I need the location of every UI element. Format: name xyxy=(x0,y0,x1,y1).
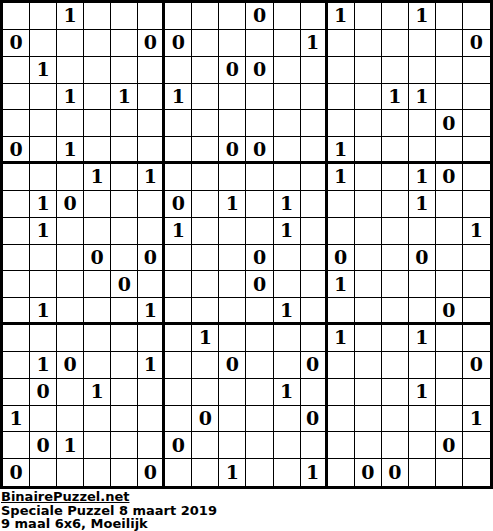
cell-r0-c13 xyxy=(355,3,382,30)
cell-r5-c7 xyxy=(192,137,219,164)
cell-r14-c2 xyxy=(57,379,84,406)
cell-r10-c12: 1 xyxy=(328,271,355,298)
cell-r7-c3 xyxy=(84,191,111,218)
cell-r15-c14 xyxy=(382,406,409,433)
cell-r12-c15: 1 xyxy=(409,325,436,352)
cell-r6-c16: 0 xyxy=(436,164,463,191)
cell-r10-c15 xyxy=(409,271,436,298)
cell-r1-c0: 0 xyxy=(3,30,30,57)
cell-r6-c13 xyxy=(355,164,382,191)
cell-r0-c6 xyxy=(165,3,192,30)
cell-r8-c4 xyxy=(111,218,138,245)
cell-r3-c9 xyxy=(246,84,273,111)
cell-r13-c1: 1 xyxy=(30,352,57,379)
cell-r14-c14 xyxy=(382,379,409,406)
cell-r12-c14 xyxy=(382,325,409,352)
cell-r1-c10 xyxy=(274,30,301,57)
cell-r9-c9: 0 xyxy=(246,245,273,272)
cell-r7-c13 xyxy=(355,191,382,218)
cell-r8-c11 xyxy=(301,218,328,245)
cell-r3-c4: 1 xyxy=(111,84,138,111)
cell-r15-c6 xyxy=(165,406,192,433)
cell-r2-c0 xyxy=(3,57,30,84)
cell-r6-c2 xyxy=(57,164,84,191)
cell-r13-c14 xyxy=(382,352,409,379)
cell-r8-c14 xyxy=(382,218,409,245)
cell-r11-c8 xyxy=(219,298,246,325)
cell-r15-c5 xyxy=(138,406,165,433)
cell-r3-c10 xyxy=(274,84,301,111)
cell-r10-c4: 0 xyxy=(111,271,138,298)
cell-r15-c1 xyxy=(30,406,57,433)
cell-r4-c16: 0 xyxy=(436,110,463,137)
cell-r13-c2: 0 xyxy=(57,352,84,379)
cell-r5-c1 xyxy=(30,137,57,164)
cell-r0-c1 xyxy=(30,3,57,30)
cell-r2-c2 xyxy=(57,57,84,84)
cell-r8-c15 xyxy=(409,218,436,245)
cell-r0-c8 xyxy=(219,3,246,30)
cell-r10-c9: 0 xyxy=(246,271,273,298)
cell-r8-c2 xyxy=(57,218,84,245)
cell-r9-c4 xyxy=(111,245,138,272)
cell-r4-c8 xyxy=(219,110,246,137)
cell-r0-c9: 0 xyxy=(246,3,273,30)
cell-r14-c4 xyxy=(111,379,138,406)
cell-r11-c16: 0 xyxy=(436,298,463,325)
cell-r8-c13 xyxy=(355,218,382,245)
cell-r1-c4 xyxy=(111,30,138,57)
cell-r16-c1: 0 xyxy=(30,432,57,459)
cell-r7-c17 xyxy=(463,191,490,218)
cell-r0-c3 xyxy=(84,3,111,30)
cell-r4-c2 xyxy=(57,110,84,137)
cell-r6-c7 xyxy=(192,164,219,191)
cell-r3-c2: 1 xyxy=(57,84,84,111)
cell-r16-c11 xyxy=(301,432,328,459)
cell-r6-c15: 1 xyxy=(409,164,436,191)
cell-r3-c15: 1 xyxy=(409,84,436,111)
puzzle-title: Speciale Puzzel 8 maart 2019 xyxy=(1,504,493,518)
cell-r6-c9 xyxy=(246,164,273,191)
cell-r3-c8 xyxy=(219,84,246,111)
cell-r9-c6 xyxy=(165,245,192,272)
cell-r11-c11 xyxy=(301,298,328,325)
cell-r17-c3 xyxy=(84,459,111,486)
cell-r8-c7 xyxy=(192,218,219,245)
cell-r3-c1 xyxy=(30,84,57,111)
cell-r4-c11 xyxy=(301,110,328,137)
cell-r2-c10 xyxy=(274,57,301,84)
cell-r11-c15 xyxy=(409,298,436,325)
cell-r5-c8: 0 xyxy=(219,137,246,164)
cell-r1-c5: 0 xyxy=(138,30,165,57)
cell-r9-c1 xyxy=(30,245,57,272)
cell-r15-c3 xyxy=(84,406,111,433)
cell-r8-c5 xyxy=(138,218,165,245)
cell-r10-c7 xyxy=(192,271,219,298)
cell-r14-c16 xyxy=(436,379,463,406)
cell-r11-c17 xyxy=(463,298,490,325)
puzzle-info: 9 maal 6x6, Moeilijk xyxy=(1,517,493,531)
cell-r3-c5 xyxy=(138,84,165,111)
cell-r1-c2 xyxy=(57,30,84,57)
cell-r10-c0 xyxy=(3,271,30,298)
cell-r15-c9 xyxy=(246,406,273,433)
cell-r4-c12 xyxy=(328,110,355,137)
cell-r7-c8: 1 xyxy=(219,191,246,218)
cell-r2-c1: 1 xyxy=(30,57,57,84)
cell-r5-c11 xyxy=(301,137,328,164)
cell-r17-c1 xyxy=(30,459,57,486)
cell-r6-c12: 1 xyxy=(328,164,355,191)
cell-r1-c15 xyxy=(409,30,436,57)
cell-r17-c6 xyxy=(165,459,192,486)
cell-r15-c16 xyxy=(436,406,463,433)
cell-r7-c5 xyxy=(138,191,165,218)
cell-r1-c13 xyxy=(355,30,382,57)
cell-r14-c8 xyxy=(219,379,246,406)
cell-r2-c16 xyxy=(436,57,463,84)
cell-r15-c2 xyxy=(57,406,84,433)
cell-r1-c6: 0 xyxy=(165,30,192,57)
cell-r3-c11 xyxy=(301,84,328,111)
cell-r9-c15: 0 xyxy=(409,245,436,272)
cell-r4-c6 xyxy=(165,110,192,137)
cell-r12-c0 xyxy=(3,325,30,352)
cell-r12-c16 xyxy=(436,325,463,352)
cell-r5-c17 xyxy=(463,137,490,164)
site-link[interactable]: BinairePuzzel.net xyxy=(1,490,493,504)
cell-r9-c12: 0 xyxy=(328,245,355,272)
cell-r3-c17 xyxy=(463,84,490,111)
cell-r7-c2: 0 xyxy=(57,191,84,218)
cell-r10-c6 xyxy=(165,271,192,298)
cell-r9-c14 xyxy=(382,245,409,272)
cell-r4-c1 xyxy=(30,110,57,137)
cell-r0-c10 xyxy=(274,3,301,30)
cell-r13-c3 xyxy=(84,352,111,379)
cell-r7-c15: 1 xyxy=(409,191,436,218)
cell-r11-c4 xyxy=(111,298,138,325)
cell-r14-c1: 0 xyxy=(30,379,57,406)
cell-r13-c17: 0 xyxy=(463,352,490,379)
puzzle-footer: BinairePuzzel.net Speciale Puzzel 8 maar… xyxy=(0,489,493,531)
cell-r12-c7: 1 xyxy=(192,325,219,352)
cell-r10-c13 xyxy=(355,271,382,298)
cell-r10-c17 xyxy=(463,271,490,298)
cell-r3-c13 xyxy=(355,84,382,111)
cell-r6-c4 xyxy=(111,164,138,191)
cell-r2-c9: 0 xyxy=(246,57,273,84)
cell-r14-c6 xyxy=(165,379,192,406)
cell-r16-c14 xyxy=(382,432,409,459)
cell-r16-c13 xyxy=(355,432,382,459)
cell-r7-c7 xyxy=(192,191,219,218)
cell-r9-c13 xyxy=(355,245,382,272)
cell-r10-c14 xyxy=(382,271,409,298)
cell-r11-c0 xyxy=(3,298,30,325)
cell-r1-c17: 0 xyxy=(463,30,490,57)
cell-r13-c10 xyxy=(274,352,301,379)
cell-r9-c5: 0 xyxy=(138,245,165,272)
cell-r4-c3 xyxy=(84,110,111,137)
cell-r16-c8 xyxy=(219,432,246,459)
cell-r2-c8: 0 xyxy=(219,57,246,84)
cell-r16-c9 xyxy=(246,432,273,459)
cell-r7-c4 xyxy=(111,191,138,218)
cell-r0-c16 xyxy=(436,3,463,30)
cell-r4-c13 xyxy=(355,110,382,137)
binary-puzzle-board: 1011000101001111100100111110100111111100… xyxy=(0,0,493,489)
cell-r1-c14 xyxy=(382,30,409,57)
cell-r7-c0 xyxy=(3,191,30,218)
cell-r13-c8: 0 xyxy=(219,352,246,379)
cell-r17-c10 xyxy=(274,459,301,486)
cell-r0-c17 xyxy=(463,3,490,30)
cell-r11-c14 xyxy=(382,298,409,325)
cell-r10-c1 xyxy=(30,271,57,298)
cell-r13-c9 xyxy=(246,352,273,379)
cell-r3-c7 xyxy=(192,84,219,111)
cell-r14-c10: 1 xyxy=(274,379,301,406)
cell-r13-c0 xyxy=(3,352,30,379)
cell-r16-c3 xyxy=(84,432,111,459)
cell-r17-c14: 0 xyxy=(382,459,409,486)
cell-r2-c15 xyxy=(409,57,436,84)
cell-r1-c1 xyxy=(30,30,57,57)
cell-r15-c17: 1 xyxy=(463,406,490,433)
cell-r14-c13 xyxy=(355,379,382,406)
cell-r5-c5 xyxy=(138,137,165,164)
cell-r9-c7 xyxy=(192,245,219,272)
cell-r1-c3 xyxy=(84,30,111,57)
cell-r8-c17: 1 xyxy=(463,218,490,245)
cell-r12-c1 xyxy=(30,325,57,352)
cell-r6-c0 xyxy=(3,164,30,191)
cell-r6-c8 xyxy=(219,164,246,191)
cell-r12-c9 xyxy=(246,325,273,352)
cell-r2-c5 xyxy=(138,57,165,84)
cell-r2-c6 xyxy=(165,57,192,84)
cell-r15-c4 xyxy=(111,406,138,433)
cell-r6-c5: 1 xyxy=(138,164,165,191)
cell-r11-c10: 1 xyxy=(274,298,301,325)
cell-r0-c2: 1 xyxy=(57,3,84,30)
cell-r13-c12 xyxy=(328,352,355,379)
cell-r17-c13: 0 xyxy=(355,459,382,486)
cell-r13-c5: 1 xyxy=(138,352,165,379)
cell-r5-c0: 0 xyxy=(3,137,30,164)
cell-r4-c7 xyxy=(192,110,219,137)
cell-r8-c0 xyxy=(3,218,30,245)
cell-r3-c3 xyxy=(84,84,111,111)
cell-r6-c3: 1 xyxy=(84,164,111,191)
cell-r9-c16 xyxy=(436,245,463,272)
cell-r14-c5 xyxy=(138,379,165,406)
cell-r1-c9 xyxy=(246,30,273,57)
cell-r4-c5 xyxy=(138,110,165,137)
cell-r2-c14 xyxy=(382,57,409,84)
cell-r16-c16: 0 xyxy=(436,432,463,459)
cell-r17-c0: 0 xyxy=(3,459,30,486)
cell-r9-c2 xyxy=(57,245,84,272)
cell-r15-c7: 0 xyxy=(192,406,219,433)
cell-r9-c17 xyxy=(463,245,490,272)
cell-r13-c15 xyxy=(409,352,436,379)
cell-r11-c9 xyxy=(246,298,273,325)
cell-r6-c10 xyxy=(274,164,301,191)
cell-r10-c2 xyxy=(57,271,84,298)
cell-r4-c17 xyxy=(463,110,490,137)
cell-r7-c16 xyxy=(436,191,463,218)
cell-r0-c0 xyxy=(3,3,30,30)
cell-r16-c12 xyxy=(328,432,355,459)
cell-r14-c9 xyxy=(246,379,273,406)
cell-r5-c12: 1 xyxy=(328,137,355,164)
cell-r1-c7 xyxy=(192,30,219,57)
cell-r7-c6: 0 xyxy=(165,191,192,218)
cell-r17-c11: 1 xyxy=(301,459,328,486)
cell-r14-c12 xyxy=(328,379,355,406)
cell-r5-c13 xyxy=(355,137,382,164)
cell-r13-c4 xyxy=(111,352,138,379)
cell-r16-c2: 1 xyxy=(57,432,84,459)
cell-r11-c1: 1 xyxy=(30,298,57,325)
cell-r17-c8: 1 xyxy=(219,459,246,486)
cell-r0-c15: 1 xyxy=(409,3,436,30)
cell-r2-c17 xyxy=(463,57,490,84)
cell-r12-c4 xyxy=(111,325,138,352)
cell-r7-c11 xyxy=(301,191,328,218)
cell-r9-c8 xyxy=(219,245,246,272)
cell-r14-c17 xyxy=(463,379,490,406)
cell-r13-c16 xyxy=(436,352,463,379)
cell-r10-c10 xyxy=(274,271,301,298)
cell-r5-c16 xyxy=(436,137,463,164)
cell-r2-c12 xyxy=(328,57,355,84)
cell-r8-c1: 1 xyxy=(30,218,57,245)
cell-r0-c12: 1 xyxy=(328,3,355,30)
cell-r16-c15 xyxy=(409,432,436,459)
cell-r16-c4 xyxy=(111,432,138,459)
cell-r3-c0 xyxy=(3,84,30,111)
cell-r7-c12 xyxy=(328,191,355,218)
cell-r17-c2 xyxy=(57,459,84,486)
cell-r12-c2 xyxy=(57,325,84,352)
cell-r4-c14 xyxy=(382,110,409,137)
cell-r5-c3 xyxy=(84,137,111,164)
cell-r7-c10: 1 xyxy=(274,191,301,218)
cell-r17-c7 xyxy=(192,459,219,486)
cell-r17-c9 xyxy=(246,459,273,486)
cell-r8-c12 xyxy=(328,218,355,245)
cell-r17-c12 xyxy=(328,459,355,486)
cell-r8-c9 xyxy=(246,218,273,245)
cell-r8-c16 xyxy=(436,218,463,245)
cell-r15-c12 xyxy=(328,406,355,433)
cell-r15-c15 xyxy=(409,406,436,433)
cell-r14-c0 xyxy=(3,379,30,406)
cell-r4-c0 xyxy=(3,110,30,137)
cell-r11-c12 xyxy=(328,298,355,325)
cell-r17-c16 xyxy=(436,459,463,486)
cell-r16-c5 xyxy=(138,432,165,459)
cell-r4-c15 xyxy=(409,110,436,137)
cell-r15-c8 xyxy=(219,406,246,433)
cell-r8-c8 xyxy=(219,218,246,245)
cell-r9-c11 xyxy=(301,245,328,272)
cell-r16-c6: 0 xyxy=(165,432,192,459)
cell-r15-c10 xyxy=(274,406,301,433)
cell-r10-c3 xyxy=(84,271,111,298)
cell-r12-c5 xyxy=(138,325,165,352)
cell-r9-c3: 0 xyxy=(84,245,111,272)
cell-r12-c10 xyxy=(274,325,301,352)
cell-r8-c6: 1 xyxy=(165,218,192,245)
cell-r5-c14 xyxy=(382,137,409,164)
cell-r2-c3 xyxy=(84,57,111,84)
cell-r0-c4 xyxy=(111,3,138,30)
cell-r11-c2 xyxy=(57,298,84,325)
cell-r6-c1 xyxy=(30,164,57,191)
cell-r17-c5: 0 xyxy=(138,459,165,486)
cell-r0-c7 xyxy=(192,3,219,30)
cell-r7-c1: 1 xyxy=(30,191,57,218)
cell-r12-c17 xyxy=(463,325,490,352)
cell-r10-c11 xyxy=(301,271,328,298)
cell-r4-c4 xyxy=(111,110,138,137)
cell-r14-c7 xyxy=(192,379,219,406)
cell-r11-c5: 1 xyxy=(138,298,165,325)
cell-r5-c15 xyxy=(409,137,436,164)
cell-r3-c12 xyxy=(328,84,355,111)
cell-r3-c16 xyxy=(436,84,463,111)
cell-r1-c11: 1 xyxy=(301,30,328,57)
cell-r16-c17 xyxy=(463,432,490,459)
cell-r2-c7 xyxy=(192,57,219,84)
cell-r15-c0: 1 xyxy=(3,406,30,433)
cell-r3-c14: 1 xyxy=(382,84,409,111)
cell-r5-c9: 0 xyxy=(246,137,273,164)
cell-r5-c2: 1 xyxy=(57,137,84,164)
cell-r4-c9 xyxy=(246,110,273,137)
cell-r11-c7 xyxy=(192,298,219,325)
cell-r3-c6: 1 xyxy=(165,84,192,111)
cell-r17-c4 xyxy=(111,459,138,486)
cell-r14-c3: 1 xyxy=(84,379,111,406)
cell-r11-c13 xyxy=(355,298,382,325)
cell-r11-c6 xyxy=(165,298,192,325)
cell-r1-c16 xyxy=(436,30,463,57)
cell-r12-c12: 1 xyxy=(328,325,355,352)
cell-r8-c10: 1 xyxy=(274,218,301,245)
cell-r0-c5 xyxy=(138,3,165,30)
cell-r16-c7 xyxy=(192,432,219,459)
cell-r16-c0 xyxy=(3,432,30,459)
cell-r10-c8 xyxy=(219,271,246,298)
cell-r13-c11: 0 xyxy=(301,352,328,379)
cell-r12-c11 xyxy=(301,325,328,352)
cell-r5-c10 xyxy=(274,137,301,164)
cell-r12-c3 xyxy=(84,325,111,352)
cell-r12-c13 xyxy=(355,325,382,352)
cell-r15-c13 xyxy=(355,406,382,433)
cell-r17-c17 xyxy=(463,459,490,486)
cell-r7-c14 xyxy=(382,191,409,218)
cell-r7-c9 xyxy=(246,191,273,218)
cell-r2-c13 xyxy=(355,57,382,84)
